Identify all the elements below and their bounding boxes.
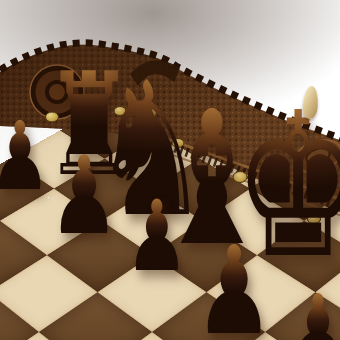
piece-pawn-c[interactable]: ♟ bbox=[125, 187, 188, 285]
piece-pawn-d[interactable]: ♟ bbox=[195, 230, 274, 340]
piece-pawn-b[interactable]: ♟ bbox=[49, 142, 119, 250]
piece-pawn-a[interactable]: ♟ bbox=[0, 109, 51, 204]
chess-set-photo: ♟♜♟♞♟♝♚♟♟ bbox=[0, 0, 340, 340]
piece-pawn-e[interactable]: ♟ bbox=[286, 282, 340, 340]
pieces-layer: ♟♜♟♞♟♝♚♟♟ bbox=[0, 0, 340, 340]
